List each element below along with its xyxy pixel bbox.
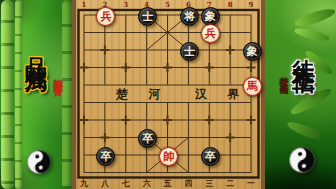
river-label-han: 汉 界 <box>195 86 247 103</box>
piece-black-elephant[interactable]: 象 <box>201 7 220 26</box>
right-title: 徒木立信 <box>289 40 320 56</box>
column-label-bottom: 七 <box>120 178 132 189</box>
bamboo-stalk <box>15 0 22 189</box>
left-subtitle: 能否点个赞 <box>51 72 64 82</box>
piece-red-general[interactable]: 帥 <box>159 147 178 166</box>
column-label-bottom: 三 <box>203 178 215 189</box>
column-label-top: 3 <box>120 0 132 9</box>
piece-red-horse[interactable]: 馬 <box>243 77 262 96</box>
right-subtitle: 带你上高速 <box>277 70 290 80</box>
column-label-bottom: 八 <box>99 178 111 189</box>
column-label-bottom: 一 <box>245 178 257 189</box>
column-label-bottom: 九 <box>78 178 90 189</box>
piece-black-soldier[interactable]: 卒 <box>201 147 220 166</box>
piece-black-general[interactable]: 将 <box>180 7 199 26</box>
column-label-top: 8 <box>224 0 236 9</box>
piece-black-soldier[interactable]: 卒 <box>96 147 115 166</box>
column-label-bottom: 五 <box>162 178 174 189</box>
xiangqi-board: 楚 河 汉 界 123456789九八七六五四三二一 兵士将象兵士象馬卒卒帥卒 <box>72 0 265 189</box>
piece-black-elephant[interactable]: 象 <box>243 42 262 61</box>
column-label-bottom: 四 <box>182 178 194 189</box>
thumbnail: 品味残局 能否点个赞 楚 河 汉 界 123456789九八七六五四三二一 兵士… <box>0 0 336 189</box>
leaf <box>288 85 333 118</box>
left-panel: 品味残局 能否点个赞 <box>0 0 72 189</box>
yin-yang-icon <box>286 144 319 177</box>
yin-yang-icon <box>24 147 54 177</box>
piece-black-soldier[interactable]: 卒 <box>138 129 157 148</box>
column-label-bottom: 六 <box>141 178 153 189</box>
column-label-top: 1 <box>78 0 90 9</box>
piece-black-advisor[interactable]: 士 <box>138 7 157 26</box>
river-label-chu: 楚 河 <box>116 86 168 103</box>
bamboo-stalk <box>62 0 72 189</box>
left-title: 品味残局 <box>22 40 52 60</box>
piece-black-advisor[interactable]: 士 <box>180 42 199 61</box>
piece-red-soldier[interactable]: 兵 <box>96 7 115 26</box>
column-label-top: 9 <box>245 0 257 9</box>
column-label-top: 5 <box>162 0 174 9</box>
right-panel: 徒木立信 带你上高速 <box>265 0 336 189</box>
bamboo-stalk <box>1 0 14 189</box>
leaf <box>293 6 336 29</box>
leaf <box>286 119 327 143</box>
piece-red-soldier[interactable]: 兵 <box>201 24 220 43</box>
column-label-bottom: 二 <box>224 178 236 189</box>
